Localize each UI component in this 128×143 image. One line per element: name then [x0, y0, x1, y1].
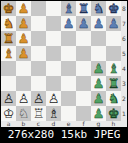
- square-e6[interactable]: [61, 31, 76, 46]
- piece-green-pawn[interactable]: ♟: [91, 91, 106, 106]
- piece-green-rook[interactable]: ♜: [106, 76, 121, 91]
- square-c2[interactable]: ♙: [31, 91, 46, 106]
- piece-white-king[interactable]: ♔: [1, 106, 16, 121]
- piece-blue-pawn[interactable]: ♟: [76, 16, 91, 31]
- image-thumbnail[interactable]: ♚♟♝♜♞♚♞♟♟♟♟♟♜♟♝♟♟♝♟♜♙♙♙♙♟♞♔♘♖♗♟♚ 8765432…: [0, 0, 128, 143]
- piece-blue-bishop[interactable]: ♝: [61, 1, 76, 16]
- square-f2[interactable]: [76, 91, 91, 106]
- square-g6[interactable]: [91, 31, 106, 46]
- piece-white-bishop[interactable]: ♗: [46, 106, 61, 121]
- square-e1[interactable]: [61, 106, 76, 121]
- piece-white-rook[interactable]: ♖: [31, 106, 46, 121]
- square-h2[interactable]: ♞: [106, 91, 121, 106]
- piece-green-bishop[interactable]: ♝: [106, 61, 121, 76]
- square-h5[interactable]: [106, 46, 121, 61]
- piece-green-knight[interactable]: ♞: [106, 91, 121, 106]
- square-c7[interactable]: [31, 16, 46, 31]
- rank-label-7: 7: [121, 16, 127, 31]
- rank-label-6: 6: [121, 31, 127, 46]
- rank-label-4: 4: [121, 61, 127, 76]
- piece-blue-pawn[interactable]: ♟: [61, 16, 76, 31]
- square-c8[interactable]: [31, 1, 46, 16]
- piece-orange-pawn[interactable]: ♟: [16, 31, 31, 46]
- square-g2[interactable]: ♟: [91, 91, 106, 106]
- square-e8[interactable]: ♝: [61, 1, 76, 16]
- piece-white-knight[interactable]: ♘: [16, 106, 31, 121]
- square-g4[interactable]: ♟: [91, 61, 106, 76]
- rank-coordinates: 87654321: [121, 1, 127, 121]
- square-a6[interactable]: ♜: [1, 31, 16, 46]
- piece-orange-rook[interactable]: ♜: [1, 31, 16, 46]
- piece-blue-pawn[interactable]: ♟: [106, 16, 121, 31]
- piece-white-pawn[interactable]: ♙: [16, 91, 31, 106]
- piece-orange-king[interactable]: ♚: [1, 1, 16, 16]
- piece-green-pawn[interactable]: ♟: [91, 76, 106, 91]
- square-b4[interactable]: [16, 61, 31, 76]
- square-b8[interactable]: ♟: [16, 1, 31, 16]
- square-f1[interactable]: [76, 106, 91, 121]
- piece-blue-knight[interactable]: ♞: [91, 1, 106, 16]
- square-h6[interactable]: [106, 31, 121, 46]
- square-f6[interactable]: [76, 31, 91, 46]
- square-e7[interactable]: ♟: [61, 16, 76, 31]
- square-a7[interactable]: ♞: [1, 16, 16, 31]
- piece-orange-pawn[interactable]: ♟: [16, 1, 31, 16]
- piece-white-pawn[interactable]: ♙: [31, 91, 46, 106]
- square-h1[interactable]: ♚: [106, 106, 121, 121]
- square-h3[interactable]: ♜: [106, 76, 121, 91]
- square-h8[interactable]: ♚: [106, 1, 121, 16]
- piece-orange-knight[interactable]: ♞: [1, 16, 16, 31]
- square-b7[interactable]: ♟: [16, 16, 31, 31]
- square-g5[interactable]: [91, 46, 106, 61]
- square-a2[interactable]: ♙: [1, 91, 16, 106]
- chess-board[interactable]: ♚♟♝♜♞♚♞♟♟♟♟♟♜♟♝♟♟♝♟♜♙♙♙♙♟♞♔♘♖♗♟♚: [1, 1, 121, 121]
- piece-green-king[interactable]: ♚: [106, 106, 121, 121]
- square-b6[interactable]: ♟: [16, 31, 31, 46]
- square-d3[interactable]: [46, 76, 61, 91]
- square-e3[interactable]: [61, 76, 76, 91]
- piece-white-pawn[interactable]: ♙: [46, 91, 61, 106]
- square-f4[interactable]: [76, 61, 91, 76]
- square-g1[interactable]: ♟: [91, 106, 106, 121]
- square-h7[interactable]: ♟: [106, 16, 121, 31]
- square-c3[interactable]: [31, 76, 46, 91]
- square-e2[interactable]: [61, 91, 76, 106]
- square-c4[interactable]: [31, 61, 46, 76]
- square-d6[interactable]: [46, 31, 61, 46]
- square-a1[interactable]: ♔: [1, 106, 16, 121]
- square-c5[interactable]: [31, 46, 46, 61]
- square-f5[interactable]: [76, 46, 91, 61]
- square-h4[interactable]: ♝: [106, 61, 121, 76]
- square-a5[interactable]: ♝: [1, 46, 16, 61]
- square-e4[interactable]: [61, 61, 76, 76]
- square-e5[interactable]: [61, 46, 76, 61]
- square-a4[interactable]: [1, 61, 16, 76]
- piece-blue-king[interactable]: ♚: [106, 1, 121, 16]
- square-g7[interactable]: ♟: [91, 16, 106, 31]
- square-g8[interactable]: ♞: [91, 1, 106, 16]
- square-b5[interactable]: ♟: [16, 46, 31, 61]
- rank-label-3: 3: [121, 76, 127, 91]
- square-d4[interactable]: [46, 61, 61, 76]
- square-c6[interactable]: [31, 31, 46, 46]
- square-f8[interactable]: ♜: [76, 1, 91, 16]
- piece-blue-rook[interactable]: ♜: [76, 1, 91, 16]
- piece-orange-bishop[interactable]: ♝: [1, 46, 16, 61]
- square-d2[interactable]: ♙: [46, 91, 61, 106]
- square-d7[interactable]: [46, 16, 61, 31]
- rank-label-5: 5: [121, 46, 127, 61]
- square-c1[interactable]: ♖: [31, 106, 46, 121]
- square-b3[interactable]: [16, 76, 31, 91]
- rank-label-8: 8: [121, 1, 127, 16]
- square-a8[interactable]: ♚: [1, 1, 16, 16]
- square-b1[interactable]: ♘: [16, 106, 31, 121]
- piece-green-pawn[interactable]: ♟: [91, 61, 106, 76]
- rank-label-1: 1: [121, 106, 127, 121]
- piece-white-pawn[interactable]: ♙: [1, 91, 16, 106]
- square-f7[interactable]: ♟: [76, 16, 91, 31]
- rank-label-2: 2: [121, 91, 127, 106]
- square-b2[interactable]: ♙: [16, 91, 31, 106]
- square-d5[interactable]: [46, 46, 61, 61]
- piece-green-pawn[interactable]: ♟: [91, 106, 106, 121]
- square-d8[interactable]: [46, 1, 61, 16]
- thumbnail-caption: 276x280 15kb JPEG: [1, 127, 127, 142]
- square-a3[interactable]: [1, 76, 16, 91]
- square-f3[interactable]: [76, 76, 91, 91]
- square-g3[interactable]: ♟: [91, 76, 106, 91]
- square-d1[interactable]: ♗: [46, 106, 61, 121]
- piece-orange-pawn[interactable]: ♟: [16, 16, 31, 31]
- piece-blue-pawn[interactable]: ♟: [91, 16, 106, 31]
- piece-orange-pawn[interactable]: ♟: [16, 46, 31, 61]
